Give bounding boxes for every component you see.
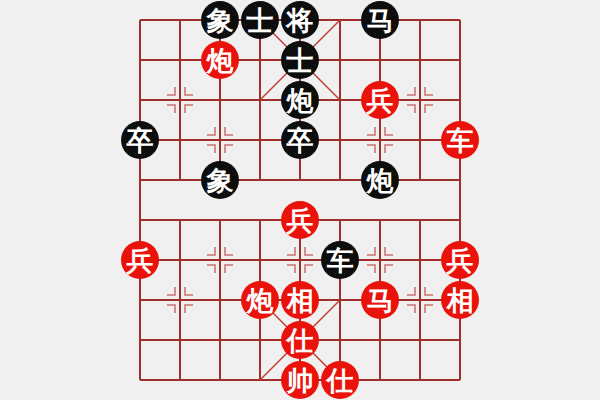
board-point[interactable]: [320, 40, 360, 80]
board-point[interactable]: [440, 160, 480, 200]
board-point[interactable]: [400, 320, 440, 360]
piece-black-horse[interactable]: 马: [361, 1, 399, 39]
board-point[interactable]: [400, 360, 440, 400]
board-point[interactable]: [240, 40, 280, 80]
board-point[interactable]: [160, 200, 200, 240]
board-point[interactable]: [120, 320, 160, 360]
piece-red-advisor[interactable]: 仕: [281, 321, 319, 359]
board-point[interactable]: 炮: [240, 280, 280, 320]
board-point[interactable]: [120, 160, 160, 200]
board-point[interactable]: 车: [440, 120, 480, 160]
board-point[interactable]: [120, 280, 160, 320]
board-point[interactable]: [160, 120, 200, 160]
board-point[interactable]: [320, 280, 360, 320]
piece-red-soldier[interactable]: 兵: [361, 81, 399, 119]
board-point[interactable]: 象: [200, 0, 240, 40]
board-point[interactable]: [400, 200, 440, 240]
board-point[interactable]: [440, 200, 480, 240]
piece-red-cannon[interactable]: 炮: [241, 281, 279, 319]
board-point[interactable]: 将: [280, 0, 320, 40]
board-point[interactable]: [160, 280, 200, 320]
board-point[interactable]: [200, 80, 240, 120]
board-point[interactable]: [400, 80, 440, 120]
board-point[interactable]: 炮: [280, 80, 320, 120]
board-point[interactable]: 炮: [200, 40, 240, 80]
board-point[interactable]: [160, 360, 200, 400]
board-point[interactable]: [240, 160, 280, 200]
xiangqi-board: 象士将马炮士炮兵卒卒车象炮兵兵车兵炮相马相仕帅仕: [0, 0, 600, 400]
piece-red-horse[interactable]: 马: [361, 281, 399, 319]
board-point[interactable]: [360, 240, 400, 280]
board-point[interactable]: [320, 320, 360, 360]
board-point[interactable]: [320, 0, 360, 40]
board-point[interactable]: 仕: [280, 320, 320, 360]
piece-red-advisor[interactable]: 仕: [321, 361, 359, 399]
board-point[interactable]: [440, 0, 480, 40]
board-point[interactable]: [360, 360, 400, 400]
board-point[interactable]: [400, 280, 440, 320]
board-point[interactable]: 仕: [320, 360, 360, 400]
board-point[interactable]: [120, 40, 160, 80]
board-point[interactable]: [240, 360, 280, 400]
piece-red-general[interactable]: 帅: [281, 361, 319, 399]
board-point[interactable]: 士: [280, 40, 320, 80]
board-point[interactable]: [120, 80, 160, 120]
piece-black-elephant[interactable]: 象: [201, 161, 239, 199]
board-point[interactable]: [120, 360, 160, 400]
piece-black-advisor[interactable]: 士: [241, 1, 279, 39]
board-points-grid: 象士将马炮士炮兵卒卒车象炮兵兵车兵炮相马相仕帅仕: [120, 0, 480, 400]
piece-red-elephant[interactable]: 相: [281, 281, 319, 319]
board-point[interactable]: [160, 320, 200, 360]
piece-red-elephant[interactable]: 相: [441, 281, 479, 319]
board-point[interactable]: 炮: [360, 160, 400, 200]
board-point[interactable]: [400, 120, 440, 160]
board-point[interactable]: [280, 160, 320, 200]
board-point[interactable]: [440, 320, 480, 360]
board-point[interactable]: 兵: [280, 200, 320, 240]
piece-black-cannon[interactable]: 炮: [281, 81, 319, 119]
board-point[interactable]: [160, 240, 200, 280]
board-point[interactable]: [400, 240, 440, 280]
board-point[interactable]: [200, 200, 240, 240]
board-point[interactable]: 相: [440, 280, 480, 320]
board-point[interactable]: [240, 80, 280, 120]
board-point[interactable]: [160, 0, 200, 40]
board-point[interactable]: [400, 160, 440, 200]
board-point[interactable]: [320, 120, 360, 160]
board-point[interactable]: [360, 40, 400, 80]
board-point[interactable]: 兵: [440, 240, 480, 280]
piece-red-soldier[interactable]: 兵: [281, 201, 319, 239]
board-point[interactable]: [360, 120, 400, 160]
board-point[interactable]: [240, 120, 280, 160]
board-point[interactable]: 士: [240, 0, 280, 40]
piece-black-elephant[interactable]: 象: [201, 1, 239, 39]
piece-black-soldier[interactable]: 卒: [281, 121, 319, 159]
board-point[interactable]: [200, 320, 240, 360]
board-point[interactable]: 卒: [120, 120, 160, 160]
piece-black-cannon[interactable]: 炮: [361, 161, 399, 199]
board-point[interactable]: [440, 360, 480, 400]
board-point[interactable]: [120, 200, 160, 240]
piece-black-chariot[interactable]: 车: [321, 241, 359, 279]
piece-red-soldier[interactable]: 兵: [121, 241, 159, 279]
board-point[interactable]: [240, 200, 280, 240]
board-point[interactable]: 马: [360, 0, 400, 40]
board-point[interactable]: [360, 200, 400, 240]
board-point[interactable]: 帅: [280, 360, 320, 400]
board-point[interactable]: [160, 160, 200, 200]
board-point[interactable]: [200, 360, 240, 400]
board-point[interactable]: [320, 200, 360, 240]
board-point[interactable]: 象: [200, 160, 240, 200]
board-point[interactable]: 兵: [120, 240, 160, 280]
board-point[interactable]: [440, 80, 480, 120]
board-point[interactable]: [240, 320, 280, 360]
piece-red-soldier[interactable]: 兵: [441, 241, 479, 279]
piece-black-advisor[interactable]: 士: [281, 41, 319, 79]
board-point[interactable]: 兵: [360, 80, 400, 120]
piece-black-soldier[interactable]: 卒: [121, 121, 159, 159]
board-point[interactable]: [200, 120, 240, 160]
board-point[interactable]: [240, 240, 280, 280]
board-point[interactable]: [200, 280, 240, 320]
board-point[interactable]: [160, 80, 200, 120]
board-point[interactable]: [360, 320, 400, 360]
board-point[interactable]: 车: [320, 240, 360, 280]
board-point[interactable]: 马: [360, 280, 400, 320]
board-point[interactable]: [160, 40, 200, 80]
board-point[interactable]: 相: [280, 280, 320, 320]
board-point[interactable]: [280, 240, 320, 280]
piece-red-cannon[interactable]: 炮: [201, 41, 239, 79]
board-point[interactable]: [440, 40, 480, 80]
piece-red-chariot[interactable]: 车: [441, 121, 479, 159]
board-point[interactable]: [400, 40, 440, 80]
board-point[interactable]: [320, 80, 360, 120]
board-point[interactable]: [320, 160, 360, 200]
board-point[interactable]: [120, 0, 160, 40]
board-point[interactable]: 卒: [280, 120, 320, 160]
piece-black-general[interactable]: 将: [281, 1, 319, 39]
board-point[interactable]: [400, 0, 440, 40]
board-point[interactable]: [200, 240, 240, 280]
